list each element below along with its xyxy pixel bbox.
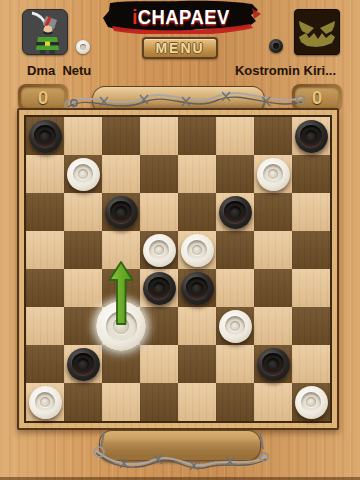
black-checker[interactable] — [105, 196, 138, 229]
board-square-0-2 — [26, 193, 64, 231]
chapaev-soldier-icon — [23, 10, 67, 54]
menu-button[interactable]: MENU — [142, 37, 218, 59]
black-checker[interactable] — [219, 196, 252, 229]
board-field[interactable] — [24, 115, 332, 423]
board-square-1-1 — [64, 155, 102, 193]
board-square-6-6 — [254, 345, 292, 383]
board-frame — [17, 108, 339, 430]
black-checker[interactable] — [67, 348, 100, 381]
board-square-4-4 — [178, 269, 216, 307]
board-square-7-0 — [292, 117, 330, 155]
right-score-value: 0 — [312, 87, 323, 109]
board-square-1-4 — [64, 269, 102, 307]
board-square-6-4 — [254, 269, 292, 307]
menu-button-label: MENU — [155, 40, 204, 56]
board-square-3-0 — [140, 117, 178, 155]
board-square-0-0 — [26, 117, 64, 155]
board-square-0-3 — [26, 231, 64, 269]
board-square-5-0 — [216, 117, 254, 155]
bottom-wooden-bar — [99, 430, 261, 461]
game-screen: iCHAPAEV MENU Dma Net — [0, 0, 360, 480]
board-square-2-7 — [102, 383, 140, 421]
white-checker[interactable] — [29, 386, 62, 419]
right-player-checker-color-icon — [269, 39, 283, 53]
right-score-plaque: 0 — [292, 84, 342, 111]
board-square-2-2 — [102, 193, 140, 231]
board-square-6-2 — [254, 193, 292, 231]
board-square-5-4 — [216, 269, 254, 307]
board-square-7-2 — [292, 193, 330, 231]
board-square-0-1 — [26, 155, 64, 193]
app-title: iCHAPAEV — [106, 2, 255, 32]
board-square-5-6 — [216, 345, 254, 383]
left-score-plaque: 0 — [18, 84, 68, 111]
board-square-2-5 — [102, 307, 140, 345]
white-checker[interactable] — [143, 234, 176, 267]
black-checker[interactable] — [181, 272, 214, 305]
board-square-5-1 — [216, 155, 254, 193]
board-square-3-2 — [140, 193, 178, 231]
white-checker[interactable] — [181, 234, 214, 267]
board-square-4-6 — [178, 345, 216, 383]
white-checker[interactable] — [295, 386, 328, 419]
board-square-0-7 — [26, 383, 64, 421]
board-square-7-1 — [292, 155, 330, 193]
left-player-checker-color-icon — [76, 40, 90, 54]
logo-name: CHAPAEV — [138, 6, 230, 29]
board-square-5-3 — [216, 231, 254, 269]
left-player-name: Dma Netu — [27, 63, 91, 78]
board-square-5-5 — [216, 307, 254, 345]
board-square-0-4 — [26, 269, 64, 307]
board-square-0-6 — [26, 345, 64, 383]
board-square-4-0 — [178, 117, 216, 155]
board-square-4-7 — [178, 383, 216, 421]
board-square-3-4 — [140, 269, 178, 307]
board-square-1-0 — [64, 117, 102, 155]
black-checker[interactable] — [143, 272, 176, 305]
board-square-6-5 — [254, 307, 292, 345]
left-player-avatar — [22, 9, 68, 55]
black-checker[interactable] — [295, 120, 328, 153]
board-square-2-0 — [102, 117, 140, 155]
black-checker[interactable] — [257, 348, 290, 381]
board-square-0-5 — [26, 307, 64, 345]
white-checker[interactable] — [219, 310, 252, 343]
pumpkin-face-icon — [295, 10, 339, 54]
board-square-1-2 — [64, 193, 102, 231]
board-square-6-1 — [254, 155, 292, 193]
board-square-1-3 — [64, 231, 102, 269]
board-square-1-6 — [64, 345, 102, 383]
board-square-6-7 — [254, 383, 292, 421]
white-checker[interactable] — [257, 158, 290, 191]
board-square-7-5 — [292, 307, 330, 345]
board-square-3-1 — [140, 155, 178, 193]
black-checker[interactable] — [29, 120, 62, 153]
board-square-7-7 — [292, 383, 330, 421]
board-square-5-2 — [216, 193, 254, 231]
selected-white-checker[interactable] — [96, 301, 146, 351]
right-player-avatar — [294, 9, 340, 55]
board-square-5-7 — [216, 383, 254, 421]
board-square-4-3 — [178, 231, 216, 269]
board-square-4-5 — [178, 307, 216, 345]
board-square-1-7 — [64, 383, 102, 421]
right-player-name: Kostromin Kiri... — [235, 63, 336, 78]
left-score-value: 0 — [38, 87, 49, 109]
board-square-2-3 — [102, 231, 140, 269]
board-square-7-4 — [292, 269, 330, 307]
board-square-2-1 — [102, 155, 140, 193]
board-square-4-2 — [178, 193, 216, 231]
board-square-6-0 — [254, 117, 292, 155]
board-square-3-6 — [140, 345, 178, 383]
board-square-6-3 — [254, 231, 292, 269]
board-square-7-3 — [292, 231, 330, 269]
board-square-7-6 — [292, 345, 330, 383]
board-square-3-7 — [140, 383, 178, 421]
board-square-4-1 — [178, 155, 216, 193]
board-square-3-3 — [140, 231, 178, 269]
white-checker[interactable] — [67, 158, 100, 191]
app-logo-banner: iCHAPAEV — [100, 0, 262, 34]
